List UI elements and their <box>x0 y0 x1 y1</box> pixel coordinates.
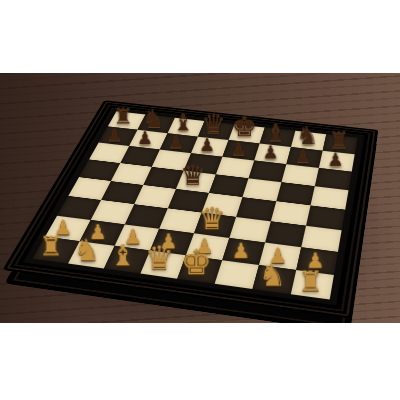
black-pawn-e7: ♟ <box>222 140 254 158</box>
black-pawn-b7: ♟ <box>129 129 161 147</box>
foreground-white-surface <box>0 323 400 400</box>
white-queen-e3: ♛ <box>194 204 230 235</box>
square-h7: ♟ <box>319 151 355 172</box>
black-pawn-c7: ♟ <box>160 133 192 151</box>
black-queen-d5: ♛ <box>176 161 210 190</box>
white-rook-h1: ♜ <box>291 268 330 296</box>
square-g7: ♟ <box>286 147 322 168</box>
square-h1: ♜ <box>291 270 334 300</box>
black-pawn-g7: ♟ <box>286 147 319 165</box>
square-f6 <box>248 160 286 182</box>
square-e1: ♚ <box>177 255 222 283</box>
white-king-e1: ♚ <box>177 245 215 280</box>
board-scene: ♜♞♝♛♚♝♞♜♟♟♟♟♟♟♟♟♛♛♟♟♟♟♟♟♟♟♜♞♝♛♚♞♜ <box>73 57 345 329</box>
square-d5: ♛ <box>176 171 216 193</box>
white-knight-b1: ♞ <box>68 235 105 265</box>
square-g4 <box>271 201 311 225</box>
white-queen-d1: ♛ <box>140 242 178 274</box>
square-h4 <box>306 205 345 230</box>
white-rook-a1: ♜ <box>32 234 69 260</box>
black-pawn-f7: ♟ <box>254 143 286 161</box>
white-bishop-c1: ♝ <box>104 241 142 270</box>
white-pawn-f2: ♟ <box>222 240 259 261</box>
square-g1: ♞ <box>252 265 296 294</box>
black-pawn-h7: ♟ <box>319 150 352 168</box>
black-pawn-a7: ♟ <box>99 126 131 144</box>
chess-board: ♜♞♝♛♚♝♞♜♟♟♟♟♟♟♟♟♛♛♟♟♟♟♟♟♟♟♜♞♝♛♚♞♜ <box>33 111 358 299</box>
square-f7: ♟ <box>254 144 291 165</box>
white-knight-g1: ♞ <box>253 259 292 290</box>
black-pawn-d7: ♟ <box>191 136 223 154</box>
black-king-e8: ♚ <box>229 112 260 141</box>
